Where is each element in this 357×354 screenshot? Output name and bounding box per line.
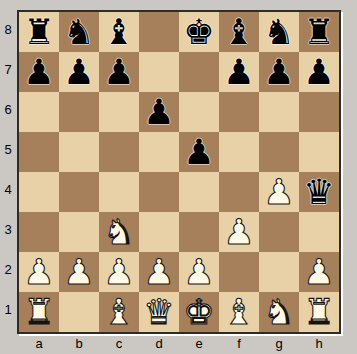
file-label-e: e [179, 334, 219, 352]
square-a2[interactable]: ♟ [19, 252, 59, 292]
file-labels: abcdefgh [19, 334, 339, 352]
file-label-b: b [59, 334, 99, 352]
rank-label-2: 2 [0, 249, 16, 289]
square-f8[interactable]: ♝ [219, 12, 259, 52]
piece-white-bishop[interactable]: ♝ [103, 292, 134, 332]
square-c7[interactable]: ♟ [99, 52, 139, 92]
square-g6[interactable] [259, 92, 299, 132]
square-e5[interactable]: ♟ [179, 132, 219, 172]
square-d3[interactable] [139, 212, 179, 252]
piece-white-pawn[interactable]: ♟ [23, 252, 54, 292]
piece-white-bishop[interactable]: ♝ [223, 292, 254, 332]
piece-white-pawn[interactable]: ♟ [63, 252, 94, 292]
piece-white-pawn[interactable]: ♟ [303, 252, 334, 292]
rank-label-4: 4 [0, 169, 16, 209]
square-g3[interactable] [259, 212, 299, 252]
chess-board: ♜♞♝♚♝♞♜♟♟♟♟♟♟♟♟♟♛♞♟♟♟♟♟♟♟♜♝♛♚♝♞♜ [19, 12, 339, 332]
square-h6[interactable] [299, 92, 339, 132]
piece-black-bishop[interactable]: ♝ [103, 12, 134, 52]
piece-black-pawn[interactable]: ♟ [63, 52, 94, 92]
square-b5[interactable] [59, 132, 99, 172]
chess-gui: 87654321 ♜♞♝♚♝♞♜♟♟♟♟♟♟♟♟♟♛♞♟♟♟♟♟♟♟♜♝♛♚♝♞… [0, 0, 357, 354]
piece-black-pawn[interactable]: ♟ [183, 132, 214, 172]
square-c3[interactable]: ♞ [99, 212, 139, 252]
square-b7[interactable]: ♟ [59, 52, 99, 92]
square-d1[interactable]: ♛ [139, 292, 179, 332]
square-a4[interactable] [19, 172, 59, 212]
square-h3[interactable] [299, 212, 339, 252]
square-g1[interactable]: ♞ [259, 292, 299, 332]
piece-black-pawn[interactable]: ♟ [103, 52, 134, 92]
piece-white-queen[interactable]: ♛ [143, 292, 174, 332]
piece-black-bishop[interactable]: ♝ [223, 12, 254, 52]
piece-black-knight[interactable]: ♞ [63, 12, 94, 52]
rank-label-8: 8 [0, 9, 16, 49]
square-g8[interactable]: ♞ [259, 12, 299, 52]
square-a8[interactable]: ♜ [19, 12, 59, 52]
rank-label-5: 5 [0, 129, 16, 169]
square-a5[interactable] [19, 132, 59, 172]
piece-black-pawn[interactable]: ♟ [263, 52, 294, 92]
square-b2[interactable]: ♟ [59, 252, 99, 292]
piece-black-pawn[interactable]: ♟ [303, 52, 334, 92]
square-d7[interactable] [139, 52, 179, 92]
square-f2[interactable] [219, 252, 259, 292]
square-a7[interactable]: ♟ [19, 52, 59, 92]
square-g2[interactable] [259, 252, 299, 292]
board-frame: ♜♞♝♚♝♞♜♟♟♟♟♟♟♟♟♟♛♞♟♟♟♟♟♟♟♜♝♛♚♝♞♜ [17, 10, 341, 334]
square-e1[interactable]: ♚ [179, 292, 219, 332]
square-c2[interactable]: ♟ [99, 252, 139, 292]
square-g7[interactable]: ♟ [259, 52, 299, 92]
square-f1[interactable]: ♝ [219, 292, 259, 332]
square-f7[interactable]: ♟ [219, 52, 259, 92]
file-label-c: c [99, 334, 139, 352]
square-b6[interactable] [59, 92, 99, 132]
square-a1[interactable]: ♜ [19, 292, 59, 332]
square-c1[interactable]: ♝ [99, 292, 139, 332]
piece-black-knight[interactable]: ♞ [263, 12, 294, 52]
square-a6[interactable] [19, 92, 59, 132]
square-d6[interactable]: ♟ [139, 92, 179, 132]
square-d4[interactable] [139, 172, 179, 212]
square-c8[interactable]: ♝ [99, 12, 139, 52]
square-b4[interactable] [59, 172, 99, 212]
piece-white-knight[interactable]: ♞ [263, 292, 294, 332]
square-c4[interactable] [99, 172, 139, 212]
file-label-f: f [219, 334, 259, 352]
piece-black-pawn[interactable]: ♟ [23, 52, 54, 92]
square-h4[interactable]: ♛ [299, 172, 339, 212]
rank-label-7: 7 [0, 49, 16, 89]
square-d8[interactable] [139, 12, 179, 52]
square-e3[interactable] [179, 212, 219, 252]
rank-label-3: 3 [0, 209, 16, 249]
square-b1[interactable] [59, 292, 99, 332]
square-e2[interactable]: ♟ [179, 252, 219, 292]
piece-black-king[interactable]: ♚ [183, 12, 214, 52]
square-h7[interactable]: ♟ [299, 52, 339, 92]
square-f5[interactable] [219, 132, 259, 172]
square-e7[interactable] [179, 52, 219, 92]
square-e6[interactable] [179, 92, 219, 132]
piece-black-queen[interactable]: ♛ [303, 172, 334, 212]
piece-white-rook[interactable]: ♜ [23, 292, 54, 332]
square-f6[interactable] [219, 92, 259, 132]
piece-white-knight[interactable]: ♞ [103, 212, 134, 252]
piece-white-pawn[interactable]: ♟ [223, 212, 254, 252]
file-label-g: g [259, 334, 299, 352]
square-b8[interactable]: ♞ [59, 12, 99, 52]
square-g4[interactable]: ♟ [259, 172, 299, 212]
square-e8[interactable]: ♚ [179, 12, 219, 52]
square-e4[interactable] [179, 172, 219, 212]
rank-label-1: 1 [0, 289, 16, 329]
file-label-d: d [139, 334, 179, 352]
piece-white-rook[interactable]: ♜ [303, 292, 334, 332]
piece-white-pawn[interactable]: ♟ [263, 172, 294, 212]
piece-black-pawn[interactable]: ♟ [223, 52, 254, 92]
piece-white-pawn[interactable]: ♟ [103, 252, 134, 292]
square-c5[interactable] [99, 132, 139, 172]
square-h5[interactable] [299, 132, 339, 172]
piece-white-pawn[interactable]: ♟ [183, 252, 214, 292]
square-b3[interactable] [59, 212, 99, 252]
piece-white-king[interactable]: ♚ [183, 292, 214, 332]
square-c6[interactable] [99, 92, 139, 132]
rank-label-6: 6 [0, 89, 16, 129]
piece-white-pawn[interactable]: ♟ [143, 252, 174, 292]
square-h2[interactable]: ♟ [299, 252, 339, 292]
square-h8[interactable]: ♜ [299, 12, 339, 52]
piece-black-rook[interactable]: ♜ [23, 12, 54, 52]
square-g5[interactable] [259, 132, 299, 172]
rank-labels: 87654321 [0, 9, 16, 329]
square-a3[interactable] [19, 212, 59, 252]
square-d2[interactable]: ♟ [139, 252, 179, 292]
square-f3[interactable]: ♟ [219, 212, 259, 252]
piece-black-rook[interactable]: ♜ [303, 12, 334, 52]
square-d5[interactable] [139, 132, 179, 172]
piece-black-pawn[interactable]: ♟ [143, 92, 174, 132]
square-f4[interactable] [219, 172, 259, 212]
file-label-h: h [299, 334, 339, 352]
square-h1[interactable]: ♜ [299, 292, 339, 332]
file-label-a: a [19, 334, 59, 352]
